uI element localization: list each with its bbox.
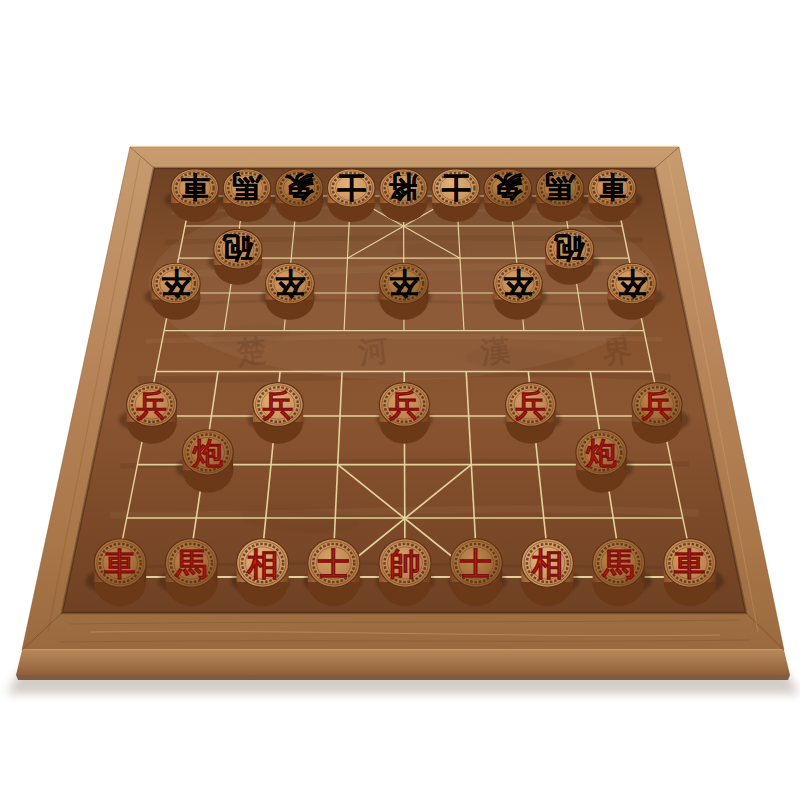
product-photo-stage: 楚河漢界車馬象士將士象馬車砲砲卒卒卒卒卒兵兵兵兵兵炮炮車馬相士帥士相馬車 [0, 0, 800, 800]
river-character: 界 [600, 332, 634, 370]
xiangqi-board: 楚河漢界車馬象士將士象馬車砲砲卒卒卒卒卒兵兵兵兵兵炮炮車馬相士帥士相馬車 [0, 0, 800, 800]
piece-character: 兵 [388, 388, 420, 423]
piece-character: 士 [459, 546, 492, 582]
river-character: 漢 [478, 332, 512, 370]
piece-character: 馬 [546, 170, 576, 204]
piece-character: 士 [337, 170, 367, 204]
piece-character: 砲 [223, 231, 254, 265]
river-character: 楚 [234, 332, 269, 370]
piece-character: 車 [673, 546, 706, 582]
piece-character: 將 [389, 170, 419, 204]
piece-character: 帥 [389, 546, 421, 582]
piece-character: 卒 [617, 266, 648, 301]
piece-character: 馬 [174, 546, 208, 582]
piece-character: 兵 [641, 388, 673, 423]
piece-red-soldier-f4[interactable]: 兵 [376, 383, 432, 444]
piece-character: 卒 [389, 266, 420, 301]
piece-character: 卒 [275, 266, 306, 301]
piece-character: 相 [531, 546, 564, 582]
piece-black-soldier-f4[interactable]: 卒 [377, 263, 432, 320]
piece-character: 卒 [161, 266, 192, 301]
piece-character: 兵 [135, 388, 167, 423]
piece-character: 士 [317, 546, 350, 582]
piece-character: 馬 [601, 546, 635, 582]
piece-character: 炮 [191, 435, 224, 471]
piece-character: 車 [180, 170, 210, 204]
piece-character: 卒 [503, 266, 534, 301]
piece-black-general-f4[interactable]: 將 [377, 169, 430, 222]
piece-character: 兵 [262, 388, 294, 423]
piece-character: 砲 [554, 231, 585, 265]
piece-character: 兵 [514, 388, 546, 423]
piece-character: 炮 [585, 435, 618, 471]
piece-character: 象 [285, 170, 315, 204]
river-character: 河 [356, 332, 390, 370]
piece-character: 象 [493, 170, 523, 204]
piece-red-general-f4[interactable]: 帥 [376, 539, 434, 606]
piece-character: 馬 [233, 170, 263, 204]
piece-character: 車 [103, 546, 136, 582]
piece-character: 士 [441, 170, 471, 204]
piece-character: 車 [598, 170, 628, 204]
piece-character: 相 [246, 546, 279, 582]
